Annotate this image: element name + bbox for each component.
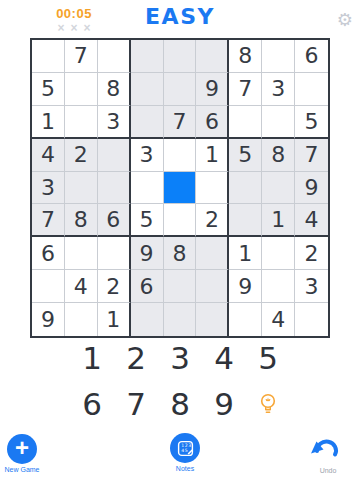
- cell-r3c3[interactable]: 3: [98, 106, 131, 139]
- cell-r7c3[interactable]: [98, 237, 131, 270]
- cell-r6c2[interactable]: 8: [65, 204, 98, 237]
- cell-r7c8[interactable]: [262, 237, 295, 270]
- lightbulb-icon: [257, 392, 279, 417]
- cell-r1c4[interactable]: [131, 40, 164, 73]
- cell-r8c3[interactable]: 2: [98, 270, 131, 303]
- cell-r9c8[interactable]: 4: [262, 303, 295, 336]
- cell-r6c7[interactable]: [229, 204, 262, 237]
- undo-button[interactable]: [310, 436, 342, 462]
- cell-r7c6[interactable]: [196, 237, 229, 270]
- cell-r1c3[interactable]: [98, 40, 131, 73]
- numpad-key-2[interactable]: 2: [114, 340, 158, 376]
- cell-r1c7[interactable]: 8: [229, 40, 262, 73]
- cell-r6c4[interactable]: 5: [131, 204, 164, 237]
- cell-r4c3[interactable]: [98, 139, 131, 172]
- cell-r7c7[interactable]: 1: [229, 237, 262, 270]
- numpad-key-1[interactable]: 1: [70, 340, 114, 376]
- numpad-row-1: 12345: [70, 336, 290, 380]
- hint-button[interactable]: [246, 392, 290, 417]
- cell-r1c9[interactable]: 6: [295, 40, 328, 73]
- cell-r9c1[interactable]: 9: [32, 303, 65, 336]
- cell-r5c8[interactable]: [262, 172, 295, 205]
- cell-r5c6[interactable]: [196, 172, 229, 205]
- cell-r3c7[interactable]: [229, 106, 262, 139]
- cell-r9c6[interactable]: [196, 303, 229, 336]
- cell-r3c4[interactable]: [131, 106, 164, 139]
- cell-r5c7[interactable]: [229, 172, 262, 205]
- numpad-key-4[interactable]: 4: [202, 340, 246, 376]
- numpad-key-6[interactable]: 6: [70, 386, 114, 422]
- cell-r4c4[interactable]: 3: [131, 139, 164, 172]
- cell-r2c9[interactable]: [295, 73, 328, 106]
- cell-r9c2[interactable]: [65, 303, 98, 336]
- cell-r8c1[interactable]: [32, 270, 65, 303]
- difficulty-title: EASY: [0, 4, 360, 29]
- notes-icon: 123 45: [177, 440, 194, 457]
- cell-r1c8[interactable]: [262, 40, 295, 73]
- cell-r1c1[interactable]: [32, 40, 65, 73]
- cell-r9c4[interactable]: [131, 303, 164, 336]
- notes-label: Notes: [165, 465, 205, 472]
- cell-r8c8[interactable]: [262, 270, 295, 303]
- cell-r6c5[interactable]: [164, 204, 197, 237]
- cell-r5c5[interactable]: [164, 172, 197, 205]
- cell-r9c7[interactable]: [229, 303, 262, 336]
- numpad-key-9[interactable]: 9: [202, 386, 246, 422]
- cell-r5c3[interactable]: [98, 172, 131, 205]
- cell-r2c6[interactable]: 9: [196, 73, 229, 106]
- cell-r7c5[interactable]: 8: [164, 237, 197, 270]
- cell-r5c4[interactable]: [131, 172, 164, 205]
- cell-r3c2[interactable]: [65, 106, 98, 139]
- cell-r6c1[interactable]: 7: [32, 204, 65, 237]
- settings-gear-icon[interactable]: ⚙: [337, 9, 353, 30]
- cell-r4c9[interactable]: 7: [295, 139, 328, 172]
- cell-r3c5[interactable]: 7: [164, 106, 197, 139]
- cell-r1c6[interactable]: [196, 40, 229, 73]
- cell-r7c9[interactable]: 2: [295, 237, 328, 270]
- cell-r8c9[interactable]: 3: [295, 270, 328, 303]
- sudoku-board: 7865897313765423158739786521469812426939…: [30, 38, 330, 338]
- new-game-label: New Game: [0, 466, 44, 473]
- cell-r5c2[interactable]: [65, 172, 98, 205]
- cell-r1c2[interactable]: 7: [65, 40, 98, 73]
- plus-icon: +: [15, 435, 29, 461]
- numpad-key-5[interactable]: 5: [246, 340, 290, 376]
- cell-r6c9[interactable]: 4: [295, 204, 328, 237]
- numpad-key-7[interactable]: 7: [114, 386, 158, 422]
- numpad-key-8[interactable]: 8: [158, 386, 202, 422]
- cell-r9c9[interactable]: [295, 303, 328, 336]
- sudoku-app: 00:05 ××× EASY ⚙ 78658973137654231587397…: [0, 0, 360, 480]
- cell-r8c2[interactable]: 4: [65, 270, 98, 303]
- cell-r8c6[interactable]: [196, 270, 229, 303]
- numpad-key-3[interactable]: 3: [158, 340, 202, 376]
- cell-r7c4[interactable]: 9: [131, 237, 164, 270]
- cell-r7c2[interactable]: [65, 237, 98, 270]
- undo-label: Undo: [312, 467, 344, 474]
- cell-r2c8[interactable]: 3: [262, 73, 295, 106]
- cell-r2c2[interactable]: [65, 73, 98, 106]
- cell-r5c9[interactable]: 9: [295, 172, 328, 205]
- cell-r4c8[interactable]: 8: [262, 139, 295, 172]
- cell-r6c6[interactable]: 2: [196, 204, 229, 237]
- cell-r9c3[interactable]: 1: [98, 303, 131, 336]
- cell-r4c1[interactable]: 4: [32, 139, 65, 172]
- cell-r5c1[interactable]: 3: [32, 172, 65, 205]
- cell-r2c7[interactable]: 7: [229, 73, 262, 106]
- cell-r6c8[interactable]: 1: [262, 204, 295, 237]
- cell-r1c5[interactable]: [164, 40, 197, 73]
- cell-r2c3[interactable]: 8: [98, 73, 131, 106]
- cell-r9c5[interactable]: [164, 303, 197, 336]
- undo-arrow-icon: [310, 436, 342, 462]
- cell-r3c9[interactable]: 5: [295, 106, 328, 139]
- cell-r8c4[interactable]: 6: [131, 270, 164, 303]
- cell-r8c7[interactable]: 9: [229, 270, 262, 303]
- notes-button[interactable]: 123 45: [170, 433, 200, 463]
- cell-r4c5[interactable]: [164, 139, 197, 172]
- cell-r4c2[interactable]: 2: [65, 139, 98, 172]
- cell-r2c1[interactable]: 5: [32, 73, 65, 106]
- cell-r2c4[interactable]: [131, 73, 164, 106]
- cell-r2c5[interactable]: [164, 73, 197, 106]
- cell-r6c3[interactable]: 6: [98, 204, 131, 237]
- new-game-button[interactable]: +: [7, 434, 37, 464]
- cell-r7c1[interactable]: 6: [32, 237, 65, 270]
- cell-r8c5[interactable]: [164, 270, 197, 303]
- numpad-row-2: 6789: [70, 382, 290, 426]
- cell-r4c6[interactable]: 1: [196, 139, 229, 172]
- cell-r3c1[interactable]: 1: [32, 106, 65, 139]
- cell-r3c6[interactable]: 6: [196, 106, 229, 139]
- cell-r3c8[interactable]: [262, 106, 295, 139]
- cell-r4c7[interactable]: 5: [229, 139, 262, 172]
- svg-text:45: 45: [181, 448, 188, 453]
